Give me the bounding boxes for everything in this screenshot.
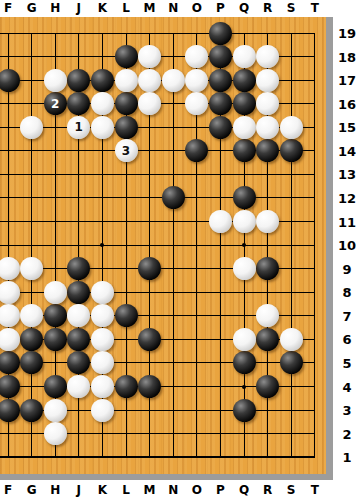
white-stone[interactable] bbox=[0, 328, 20, 351]
move-number: 3 bbox=[122, 145, 130, 157]
black-stone[interactable] bbox=[233, 92, 256, 115]
black-stone[interactable] bbox=[67, 69, 90, 92]
black-stone[interactable] bbox=[233, 351, 256, 374]
black-stone[interactable] bbox=[209, 69, 232, 92]
black-stone[interactable] bbox=[115, 304, 138, 327]
black-stone[interactable] bbox=[138, 375, 161, 398]
coord-letter-top: G bbox=[27, 2, 37, 14]
white-stone[interactable] bbox=[91, 375, 114, 398]
white-stone[interactable] bbox=[209, 210, 232, 233]
grid-line bbox=[0, 245, 315, 246]
coord-letter-top: P bbox=[216, 2, 225, 14]
coord-letter-top: S bbox=[287, 2, 296, 14]
white-stone[interactable] bbox=[280, 328, 303, 351]
coord-number: 6 bbox=[342, 333, 351, 346]
white-stone[interactable] bbox=[233, 210, 256, 233]
coord-letter-bottom: P bbox=[216, 484, 225, 496]
white-stone[interactable] bbox=[0, 281, 20, 304]
black-stone[interactable] bbox=[91, 69, 114, 92]
coord-letter-top: K bbox=[98, 2, 107, 14]
coord-letter-top: M bbox=[144, 2, 156, 14]
coord-number: 11 bbox=[338, 215, 356, 228]
black-stone[interactable] bbox=[233, 139, 256, 162]
black-stone[interactable] bbox=[20, 328, 43, 351]
white-stone[interactable]: 3 bbox=[115, 139, 138, 162]
black-stone[interactable] bbox=[209, 116, 232, 139]
coord-letter-bottom: H bbox=[50, 484, 60, 496]
coord-letter-top: L bbox=[122, 2, 130, 14]
black-stone[interactable] bbox=[115, 45, 138, 68]
coord-letter-bottom: N bbox=[168, 484, 178, 496]
white-stone[interactable] bbox=[91, 399, 114, 422]
white-stone[interactable] bbox=[20, 116, 43, 139]
coord-letter-top: Q bbox=[239, 2, 249, 14]
coord-letter-bottom: K bbox=[98, 484, 107, 496]
coord-letter-top: H bbox=[50, 2, 60, 14]
coord-number: 7 bbox=[342, 309, 351, 322]
coord-letter-bottom: O bbox=[192, 484, 202, 496]
black-stone[interactable] bbox=[209, 22, 232, 45]
grid-line bbox=[0, 197, 315, 198]
coord-number: 2 bbox=[342, 427, 351, 440]
coord-letter-top: T bbox=[311, 2, 319, 14]
coord-number: 17 bbox=[338, 74, 356, 87]
white-stone[interactable] bbox=[256, 69, 279, 92]
coord-letter-top: O bbox=[192, 2, 202, 14]
coord-number: 18 bbox=[338, 50, 356, 63]
coord-number: 15 bbox=[338, 121, 356, 134]
white-stone[interactable] bbox=[138, 69, 161, 92]
grid-line bbox=[0, 456, 315, 458]
coord-number: 12 bbox=[338, 191, 356, 204]
white-stone[interactable] bbox=[233, 45, 256, 68]
coord-letter-bottom: F bbox=[4, 484, 12, 496]
white-stone[interactable] bbox=[91, 116, 114, 139]
coord-letter-bottom: M bbox=[144, 484, 156, 496]
coord-number: 4 bbox=[342, 380, 351, 393]
white-stone[interactable] bbox=[233, 257, 256, 280]
white-stone[interactable] bbox=[44, 422, 67, 445]
white-stone[interactable] bbox=[44, 281, 67, 304]
white-stone[interactable] bbox=[138, 45, 161, 68]
coord-letter-bottom: L bbox=[122, 484, 130, 496]
coord-number: 14 bbox=[338, 144, 356, 157]
move-number: 1 bbox=[75, 121, 83, 133]
black-stone[interactable] bbox=[44, 375, 67, 398]
black-stone[interactable] bbox=[138, 328, 161, 351]
coord-number: 10 bbox=[338, 239, 356, 252]
black-stone[interactable] bbox=[0, 69, 20, 92]
coord-letter-top: N bbox=[168, 2, 178, 14]
coord-number: 13 bbox=[338, 168, 356, 181]
black-stone[interactable]: 2 bbox=[44, 92, 67, 115]
black-stone[interactable] bbox=[209, 45, 232, 68]
white-stone[interactable] bbox=[115, 69, 138, 92]
white-stone[interactable]: 1 bbox=[67, 116, 90, 139]
coord-letter-bottom: R bbox=[263, 484, 272, 496]
board-shadow-bottom bbox=[0, 474, 333, 480]
black-stone[interactable] bbox=[233, 69, 256, 92]
black-stone[interactable] bbox=[115, 92, 138, 115]
white-stone[interactable] bbox=[256, 210, 279, 233]
coord-number: 16 bbox=[338, 97, 356, 110]
black-stone[interactable] bbox=[44, 328, 67, 351]
grid-line bbox=[0, 33, 315, 34]
coord-letter-top: F bbox=[4, 2, 12, 14]
grid-line bbox=[0, 174, 315, 175]
white-stone[interactable] bbox=[280, 116, 303, 139]
star-point bbox=[242, 385, 246, 389]
white-stone[interactable] bbox=[44, 69, 67, 92]
coord-letter-bottom: T bbox=[311, 484, 319, 496]
black-stone[interactable] bbox=[233, 186, 256, 209]
white-stone[interactable] bbox=[256, 116, 279, 139]
black-stone[interactable] bbox=[0, 399, 20, 422]
white-stone[interactable] bbox=[91, 281, 114, 304]
black-stone[interactable] bbox=[209, 92, 232, 115]
coord-letter-bottom: J bbox=[77, 484, 81, 496]
black-stone[interactable] bbox=[115, 116, 138, 139]
board-shadow-right bbox=[326, 17, 333, 480]
black-stone[interactable] bbox=[233, 399, 256, 422]
white-stone[interactable] bbox=[185, 69, 208, 92]
coord-number: 1 bbox=[342, 451, 351, 464]
coord-number: 5 bbox=[342, 356, 351, 369]
white-stone[interactable] bbox=[44, 399, 67, 422]
white-stone[interactable] bbox=[91, 92, 114, 115]
coord-letter-bottom: G bbox=[27, 484, 37, 496]
coord-number: 19 bbox=[338, 27, 356, 40]
white-stone[interactable] bbox=[162, 69, 185, 92]
coord-number: 3 bbox=[342, 404, 351, 417]
coord-letter-top: R bbox=[263, 2, 272, 14]
black-stone[interactable] bbox=[256, 328, 279, 351]
coord-letter-bottom: Q bbox=[239, 484, 249, 496]
grid-line bbox=[0, 362, 315, 363]
white-stone[interactable] bbox=[233, 116, 256, 139]
black-stone[interactable] bbox=[20, 399, 43, 422]
black-stone[interactable] bbox=[280, 139, 303, 162]
move-number: 2 bbox=[51, 98, 59, 110]
black-stone[interactable] bbox=[115, 375, 138, 398]
white-stone[interactable] bbox=[91, 328, 114, 351]
coord-letter-top: J bbox=[77, 2, 81, 14]
coord-number: 8 bbox=[342, 286, 351, 299]
black-stone[interactable] bbox=[67, 281, 90, 304]
go-board-diagram: FFGGHHJJKKLLMMNNOOPPQQRRSSTT191817161514… bbox=[0, 0, 356, 500]
white-stone[interactable] bbox=[256, 45, 279, 68]
coord-letter-bottom: S bbox=[287, 484, 296, 496]
black-stone[interactable] bbox=[0, 375, 20, 398]
black-stone[interactable] bbox=[256, 375, 279, 398]
coord-number: 9 bbox=[342, 262, 351, 275]
white-stone[interactable] bbox=[233, 328, 256, 351]
black-stone[interactable] bbox=[44, 304, 67, 327]
